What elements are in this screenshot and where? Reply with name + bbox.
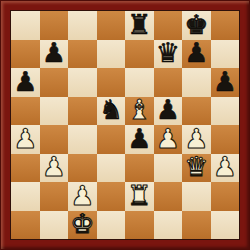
square-g3[interactable]: ♛ — [182, 154, 211, 183]
square-c2[interactable]: ♟ — [68, 182, 97, 211]
square-f8[interactable] — [154, 11, 183, 40]
square-h1[interactable] — [211, 211, 240, 240]
square-b1[interactable] — [40, 211, 69, 240]
piece-white-P-c2: ♟ — [70, 182, 94, 209]
piece-white-P-g4: ♟ — [184, 125, 208, 152]
square-d2[interactable] — [97, 182, 126, 211]
square-b5[interactable] — [40, 97, 69, 126]
square-g2[interactable] — [182, 182, 211, 211]
square-c4[interactable] — [68, 125, 97, 154]
square-a8[interactable] — [11, 11, 40, 40]
square-c5[interactable] — [68, 97, 97, 126]
square-f7[interactable]: ♛ — [154, 40, 183, 69]
piece-black-P-b7: ♟ — [42, 39, 66, 66]
square-b8[interactable] — [40, 11, 69, 40]
square-e1[interactable] — [125, 211, 154, 240]
square-a7[interactable] — [11, 40, 40, 69]
square-g5[interactable] — [182, 97, 211, 126]
square-d4[interactable] — [97, 125, 126, 154]
chess-board: ♜♚♟♛♟♟♟♞♝♟♟♟♟♟♟♛♟♟♜♚ — [10, 10, 240, 240]
square-d8[interactable] — [97, 11, 126, 40]
piece-black-P-f5: ♟ — [156, 96, 180, 123]
piece-white-R-e2: ♜ — [127, 182, 151, 209]
piece-white-P-f4: ♟ — [156, 125, 180, 152]
square-a5[interactable] — [11, 97, 40, 126]
square-f3[interactable] — [154, 154, 183, 183]
square-e5[interactable]: ♝ — [125, 97, 154, 126]
piece-white-P-h3: ♟ — [213, 153, 237, 180]
piece-black-P-g7: ♟ — [184, 39, 208, 66]
piece-white-P-a4: ♟ — [13, 125, 37, 152]
square-d1[interactable] — [97, 211, 126, 240]
square-f1[interactable] — [154, 211, 183, 240]
chess-diagram: ♜♚♟♛♟♟♟♞♝♟♟♟♟♟♟♛♟♟♜♚ — [0, 0, 250, 250]
square-f5[interactable]: ♟ — [154, 97, 183, 126]
square-a6[interactable]: ♟ — [11, 68, 40, 97]
square-b7[interactable]: ♟ — [40, 40, 69, 69]
square-d7[interactable] — [97, 40, 126, 69]
piece-white-Q-g3: ♛ — [184, 153, 208, 180]
square-g4[interactable]: ♟ — [182, 125, 211, 154]
square-e7[interactable] — [125, 40, 154, 69]
piece-black-R-e8: ♜ — [127, 11, 151, 38]
square-b4[interactable] — [40, 125, 69, 154]
piece-white-P-b3: ♟ — [42, 153, 66, 180]
piece-black-P-a6: ♟ — [13, 68, 37, 95]
square-a4[interactable]: ♟ — [11, 125, 40, 154]
square-g1[interactable] — [182, 211, 211, 240]
square-d3[interactable] — [97, 154, 126, 183]
piece-white-K-c1: ♚ — [70, 210, 94, 237]
piece-black-N-d5: ♞ — [99, 96, 123, 123]
square-c3[interactable] — [68, 154, 97, 183]
square-g6[interactable] — [182, 68, 211, 97]
square-c6[interactable] — [68, 68, 97, 97]
square-d5[interactable]: ♞ — [97, 97, 126, 126]
square-b6[interactable] — [40, 68, 69, 97]
square-h7[interactable] — [211, 40, 240, 69]
square-d6[interactable] — [97, 68, 126, 97]
square-h5[interactable] — [211, 97, 240, 126]
square-c8[interactable] — [68, 11, 97, 40]
square-a2[interactable] — [11, 182, 40, 211]
square-e2[interactable]: ♜ — [125, 182, 154, 211]
square-e6[interactable] — [125, 68, 154, 97]
square-c7[interactable] — [68, 40, 97, 69]
piece-black-P-e4: ♟ — [127, 125, 151, 152]
square-f2[interactable] — [154, 182, 183, 211]
square-h3[interactable]: ♟ — [211, 154, 240, 183]
square-c1[interactable]: ♚ — [68, 211, 97, 240]
square-a1[interactable] — [11, 211, 40, 240]
square-e8[interactable]: ♜ — [125, 11, 154, 40]
piece-black-Q-f7: ♛ — [156, 39, 180, 66]
piece-black-K-g8: ♚ — [184, 11, 208, 38]
piece-white-B-e5: ♝ — [127, 96, 151, 123]
square-b3[interactable]: ♟ — [40, 154, 69, 183]
square-h6[interactable]: ♟ — [211, 68, 240, 97]
square-g7[interactable]: ♟ — [182, 40, 211, 69]
square-f6[interactable] — [154, 68, 183, 97]
square-e4[interactable]: ♟ — [125, 125, 154, 154]
square-a3[interactable] — [11, 154, 40, 183]
square-b2[interactable] — [40, 182, 69, 211]
square-h2[interactable] — [211, 182, 240, 211]
square-h4[interactable] — [211, 125, 240, 154]
square-g8[interactable]: ♚ — [182, 11, 211, 40]
square-f4[interactable]: ♟ — [154, 125, 183, 154]
piece-black-P-h6: ♟ — [213, 68, 237, 95]
square-e3[interactable] — [125, 154, 154, 183]
square-h8[interactable] — [211, 11, 240, 40]
